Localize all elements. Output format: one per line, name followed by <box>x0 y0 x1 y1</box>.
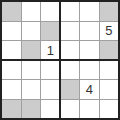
cell-r5c4[interactable] <box>80 100 99 119</box>
cell-r2c2-given[interactable]: 1 <box>41 41 60 60</box>
cell-r0c4[interactable] <box>80 2 99 21</box>
cell-r3c2[interactable] <box>41 61 60 80</box>
cell-r3c3[interactable] <box>61 61 80 80</box>
cell-r4c0[interactable] <box>2 80 21 99</box>
cell-r4c4-given[interactable]: 4 <box>80 80 99 99</box>
cell-r4c5[interactable] <box>100 80 119 99</box>
cell-r3c5[interactable] <box>100 61 119 80</box>
cell-r3c1[interactable] <box>22 61 41 80</box>
cell-r4c1[interactable] <box>22 80 41 99</box>
cell-r2c5[interactable] <box>100 41 119 60</box>
cell-r0c1[interactable] <box>22 2 41 21</box>
cell-r1c3[interactable] <box>61 22 80 41</box>
cell-r1c4[interactable] <box>80 22 99 41</box>
cell-r4c2[interactable] <box>41 80 60 99</box>
cell-r5c2[interactable] <box>41 100 60 119</box>
cell-r3c4[interactable] <box>80 61 99 80</box>
cell-r0c0[interactable] <box>2 2 21 21</box>
box-divider-horizontal <box>2 59 118 61</box>
cell-r0c5[interactable] <box>100 2 119 21</box>
cell-r5c3[interactable] <box>61 100 80 119</box>
cell-r0c3[interactable] <box>61 2 80 21</box>
cell-r0c2[interactable] <box>41 2 60 21</box>
cell-r5c0[interactable] <box>2 100 21 119</box>
puzzle-board: 514 <box>0 0 120 120</box>
cell-r1c5-given[interactable]: 5 <box>100 22 119 41</box>
cell-r1c0[interactable] <box>2 22 21 41</box>
cell-r5c1[interactable] <box>22 100 41 119</box>
cell-r2c4[interactable] <box>80 41 99 60</box>
cell-r2c3[interactable] <box>61 41 80 60</box>
cell-r5c5[interactable] <box>100 100 119 119</box>
cell-r3c0[interactable] <box>2 61 21 80</box>
cell-r1c2[interactable] <box>41 22 60 41</box>
cell-r1c1[interactable] <box>22 22 41 41</box>
cell-r4c3[interactable] <box>61 80 80 99</box>
cell-r2c1[interactable] <box>22 41 41 60</box>
cell-r2c0[interactable] <box>2 41 21 60</box>
